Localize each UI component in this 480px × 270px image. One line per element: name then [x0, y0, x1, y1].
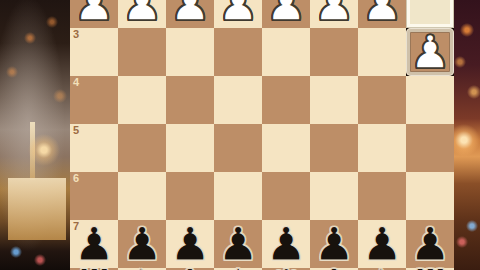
- square-e6[interactable]: [214, 172, 262, 220]
- square-c5[interactable]: [310, 124, 358, 172]
- square-b5[interactable]: [358, 124, 406, 172]
- square-b3[interactable]: [358, 28, 406, 76]
- background-city-left: [0, 0, 70, 270]
- square-e2[interactable]: ♟: [214, 0, 262, 28]
- square-h2[interactable]: ♟: [70, 0, 118, 28]
- rank-label-5: 5: [73, 125, 79, 136]
- square-f3[interactable]: [166, 28, 214, 76]
- square-f2[interactable]: ♟: [166, 0, 214, 28]
- white-pawn[interactable]: ♟: [406, 28, 454, 76]
- square-e3[interactable]: [214, 28, 262, 76]
- square-g3[interactable]: [118, 28, 166, 76]
- black-rook[interactable]: ♜: [406, 262, 454, 270]
- chess-board: ♟♟♟♟♟♟♟3♟4567♟♟♟♟♟♟♟♟♜♞♝♚♛♝♞♜: [70, 0, 454, 270]
- white-pawn[interactable]: ♟: [214, 0, 262, 28]
- square-d2[interactable]: ♟: [262, 0, 310, 28]
- rank-label-3: 3: [73, 29, 79, 40]
- square-f4[interactable]: [166, 76, 214, 124]
- square-e5[interactable]: [214, 124, 262, 172]
- square-g4[interactable]: [118, 76, 166, 124]
- black-queen[interactable]: ♛: [262, 262, 310, 270]
- square-h5[interactable]: 5: [70, 124, 118, 172]
- white-pawn[interactable]: ♟: [70, 0, 118, 28]
- white-pawn[interactable]: ♟: [358, 0, 406, 28]
- white-pawn[interactable]: ♟: [310, 0, 358, 28]
- square-b6[interactable]: [358, 172, 406, 220]
- square-d3[interactable]: [262, 28, 310, 76]
- square-b2[interactable]: ♟: [358, 0, 406, 28]
- square-b4[interactable]: [358, 76, 406, 124]
- white-pawn[interactable]: ♟: [262, 0, 310, 28]
- square-f6[interactable]: [166, 172, 214, 220]
- black-knight[interactable]: ♞: [118, 262, 166, 270]
- square-g6[interactable]: [118, 172, 166, 220]
- rank-label-4: 4: [73, 77, 79, 88]
- square-c3[interactable]: [310, 28, 358, 76]
- square-d4[interactable]: [262, 76, 310, 124]
- black-king[interactable]: ♚: [214, 262, 262, 270]
- white-pawn[interactable]: ♟: [118, 0, 166, 28]
- square-g5[interactable]: [118, 124, 166, 172]
- square-h4[interactable]: 4: [70, 76, 118, 124]
- square-a5[interactable]: [406, 124, 454, 172]
- square-a4[interactable]: [406, 76, 454, 124]
- square-a2[interactable]: [406, 0, 454, 28]
- square-d5[interactable]: [262, 124, 310, 172]
- black-knight[interactable]: ♞: [358, 262, 406, 270]
- black-rook[interactable]: ♜: [70, 262, 118, 270]
- square-c4[interactable]: [310, 76, 358, 124]
- background-city-right: [454, 0, 480, 270]
- square-g2[interactable]: ♟: [118, 0, 166, 28]
- square-c6[interactable]: [310, 172, 358, 220]
- square-c2[interactable]: ♟: [310, 0, 358, 28]
- square-f5[interactable]: [166, 124, 214, 172]
- white-pawn[interactable]: ♟: [166, 0, 214, 28]
- square-a6[interactable]: [406, 172, 454, 220]
- square-h3[interactable]: 3: [70, 28, 118, 76]
- black-bishop[interactable]: ♝: [166, 262, 214, 270]
- black-bishop[interactable]: ♝: [310, 262, 358, 270]
- square-d6[interactable]: [262, 172, 310, 220]
- square-h6[interactable]: 6: [70, 172, 118, 220]
- square-e4[interactable]: [214, 76, 262, 124]
- square-a3[interactable]: ♟: [406, 28, 454, 76]
- rank-label-6: 6: [73, 173, 79, 184]
